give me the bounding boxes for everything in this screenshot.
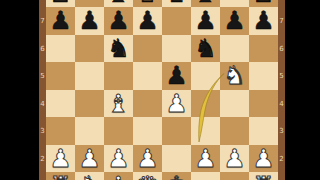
square-c3[interactable]	[104, 117, 133, 145]
square-h1[interactable]: ♜	[249, 172, 278, 180]
square-d7[interactable]: ♟	[133, 7, 162, 35]
white-bishop[interactable]: ♝	[104, 172, 133, 180]
left-rank-label-7: 7	[39, 17, 46, 25]
white-knight[interactable]: ♞	[220, 62, 249, 90]
square-e8[interactable]: ♚	[162, 0, 191, 7]
white-queen[interactable]: ♛	[133, 172, 162, 180]
right-rank-label-2: 2	[278, 155, 285, 163]
square-h4[interactable]	[249, 90, 278, 118]
black-pawn[interactable]: ♟	[220, 7, 249, 35]
square-b3[interactable]	[75, 117, 104, 145]
square-d4[interactable]	[133, 90, 162, 118]
square-d6[interactable]	[133, 35, 162, 63]
square-c7[interactable]: ♟	[104, 7, 133, 35]
white-pawn[interactable]: ♟	[162, 90, 191, 118]
square-c2[interactable]: ♟	[104, 145, 133, 173]
square-e2[interactable]	[162, 145, 191, 173]
square-c1[interactable]: ♝	[104, 172, 133, 180]
left-rank-label-5: 5	[39, 72, 46, 80]
chess-board: ♜♝♛♚♝♜♟♟♟♟♟♟♟♞♞♟♞♝♟♟♟♟♟♟♟♟♜♞♝♛♚♜	[46, 0, 278, 180]
square-h6[interactable]	[249, 35, 278, 63]
black-pawn[interactable]: ♟	[46, 7, 75, 35]
white-pawn[interactable]: ♟	[191, 145, 220, 173]
black-pawn[interactable]: ♟	[249, 7, 278, 35]
square-a1[interactable]: ♜	[46, 172, 75, 180]
square-g2[interactable]: ♟	[220, 145, 249, 173]
square-a3[interactable]	[46, 117, 75, 145]
left-rank-label-4: 4	[39, 100, 46, 108]
black-king[interactable]: ♚	[162, 0, 191, 7]
square-c6[interactable]: ♞	[104, 35, 133, 63]
black-pawn[interactable]: ♟	[191, 7, 220, 35]
square-g4[interactable]	[220, 90, 249, 118]
square-g6[interactable]	[220, 35, 249, 63]
square-a5[interactable]	[46, 62, 75, 90]
white-pawn[interactable]: ♟	[220, 145, 249, 173]
white-pawn[interactable]: ♟	[104, 145, 133, 173]
square-e7[interactable]	[162, 7, 191, 35]
white-pawn[interactable]: ♟	[249, 145, 278, 173]
square-d1[interactable]: ♛	[133, 172, 162, 180]
left-rank-label-2: 2	[39, 155, 46, 163]
white-bishop[interactable]: ♝	[104, 90, 133, 118]
square-e6[interactable]	[162, 35, 191, 63]
square-f4[interactable]	[191, 90, 220, 118]
white-knight[interactable]: ♞	[75, 172, 104, 180]
square-g3[interactable]	[220, 117, 249, 145]
square-f2[interactable]: ♟	[191, 145, 220, 173]
square-b6[interactable]	[75, 35, 104, 63]
square-h3[interactable]	[249, 117, 278, 145]
square-c5[interactable]	[104, 62, 133, 90]
square-f3[interactable]	[191, 117, 220, 145]
white-rook[interactable]: ♜	[46, 172, 75, 180]
black-pawn[interactable]: ♟	[104, 7, 133, 35]
square-d5[interactable]	[133, 62, 162, 90]
square-a4[interactable]	[46, 90, 75, 118]
square-a2[interactable]: ♟	[46, 145, 75, 173]
left-rank-label-3: 3	[39, 127, 46, 135]
square-f5[interactable]	[191, 62, 220, 90]
square-h7[interactable]: ♟	[249, 7, 278, 35]
square-b2[interactable]: ♟	[75, 145, 104, 173]
black-knight[interactable]: ♞	[191, 35, 220, 63]
white-pawn[interactable]: ♟	[75, 145, 104, 173]
square-e4[interactable]: ♟	[162, 90, 191, 118]
square-g7[interactable]: ♟	[220, 7, 249, 35]
white-pawn[interactable]: ♟	[46, 145, 75, 173]
right-rank-label-5: 5	[278, 72, 285, 80]
right-rank-label-3: 3	[278, 127, 285, 135]
white-pawn[interactable]: ♟	[133, 145, 162, 173]
white-king[interactable]: ♚	[162, 172, 191, 180]
white-rook[interactable]: ♜	[249, 172, 278, 180]
right-rank-label-4: 4	[278, 100, 285, 108]
square-f1[interactable]	[191, 172, 220, 180]
square-f7[interactable]: ♟	[191, 7, 220, 35]
black-pawn[interactable]: ♟	[162, 62, 191, 90]
black-pawn[interactable]: ♟	[133, 7, 162, 35]
square-e3[interactable]	[162, 117, 191, 145]
square-c4[interactable]: ♝	[104, 90, 133, 118]
black-knight[interactable]: ♞	[104, 35, 133, 63]
square-a6[interactable]	[46, 35, 75, 63]
square-d3[interactable]	[133, 117, 162, 145]
right-rank-label-7: 7	[278, 17, 285, 25]
right-rank-label-6: 6	[278, 45, 285, 53]
square-g5[interactable]: ♞	[220, 62, 249, 90]
black-pawn[interactable]: ♟	[75, 7, 104, 35]
left-rank-label-6: 6	[39, 45, 46, 53]
square-e1[interactable]: ♚	[162, 172, 191, 180]
square-b7[interactable]: ♟	[75, 7, 104, 35]
square-b4[interactable]	[75, 90, 104, 118]
square-h5[interactable]	[249, 62, 278, 90]
square-b1[interactable]: ♞	[75, 172, 104, 180]
square-a7[interactable]: ♟	[46, 7, 75, 35]
square-d2[interactable]: ♟	[133, 145, 162, 173]
letterboxed-stage: ♜♝♛♚♝♜♟♟♟♟♟♟♟♞♞♟♞♝♟♟♟♟♟♟♟♟♜♞♝♛♚♜ 7766554…	[0, 0, 320, 180]
square-e5[interactable]: ♟	[162, 62, 191, 90]
square-f6[interactable]: ♞	[191, 35, 220, 63]
square-b5[interactable]	[75, 62, 104, 90]
square-h2[interactable]: ♟	[249, 145, 278, 173]
square-g1[interactable]	[220, 172, 249, 180]
